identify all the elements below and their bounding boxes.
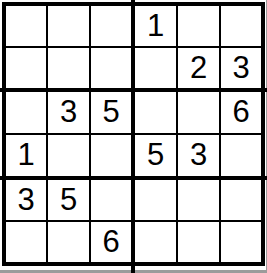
cell-r5c2[interactable]: 5 [48,180,91,222]
box-divider-vertical-top-stub [131,0,135,6]
given-digit: 5 [60,184,77,215]
cell-r5c6[interactable] [221,180,261,222]
cell-r1c2[interactable] [48,6,91,48]
given-digit: 3 [17,184,34,215]
box-divider-horizontal1-left-stub [0,88,6,92]
cell-r4c1[interactable]: 1 [6,135,48,180]
cell-r5c5[interactable] [178,180,221,222]
cell-r1c4[interactable]: 1 [135,6,178,48]
given-digit: 5 [102,96,119,127]
cell-r5c1[interactable]: 3 [6,180,48,222]
box-divider-horizontal2-left-stub [0,176,6,180]
cell-r3c5[interactable] [178,92,221,135]
cell-r2c1[interactable] [6,48,48,92]
cell-r2c5[interactable]: 2 [178,48,221,92]
cell-r4c2[interactable] [48,135,91,180]
cell-r6c2[interactable] [48,222,91,262]
cell-r6c3[interactable]: 6 [91,222,135,262]
given-digit: 1 [147,10,164,41]
screen-edge-right [266,0,267,273]
cell-r1c6[interactable] [221,6,261,48]
box-divider-vertical-bottom-stub [131,262,135,273]
cell-r5c3[interactable] [91,180,135,222]
sudoku-screenshot: 123356153356 [0,0,267,273]
given-digit: 6 [102,226,119,257]
given-digit: 3 [60,96,77,127]
cell-r2c2[interactable] [48,48,91,92]
cell-r1c1[interactable] [6,6,48,48]
cell-r3c1[interactable] [6,92,48,135]
cell-r4c4[interactable]: 5 [135,135,178,180]
cell-r1c3[interactable] [91,6,135,48]
cell-r2c6[interactable]: 3 [221,48,261,92]
given-digit: 6 [232,96,249,127]
given-digit: 1 [17,139,34,170]
cell-r1c5[interactable] [178,6,221,48]
cell-r2c3[interactable] [91,48,135,92]
cell-r4c5[interactable]: 3 [178,135,221,180]
cell-r4c3[interactable] [91,135,135,180]
cell-r6c5[interactable] [178,222,221,262]
given-digit: 3 [232,52,249,83]
cell-r3c2[interactable]: 3 [48,92,91,135]
cell-r3c3[interactable]: 5 [91,92,135,135]
cell-r4c6[interactable] [221,135,261,180]
cell-r5c4[interactable] [135,180,178,222]
given-digit: 2 [190,52,207,83]
cell-r2c4[interactable] [135,48,178,92]
cell-r3c4[interactable] [135,92,178,135]
cell-r3c6[interactable]: 6 [221,92,261,135]
box-divider-horizontal2-right-stub [261,176,267,180]
sudoku-board: 123356153356 [2,2,265,266]
cell-r6c6[interactable] [221,222,261,262]
given-digit: 5 [147,139,164,170]
box-divider-horizontal1-right-stub [261,88,267,92]
cell-r6c4[interactable] [135,222,178,262]
given-digit: 3 [190,139,207,170]
cell-r6c1[interactable] [6,222,48,262]
